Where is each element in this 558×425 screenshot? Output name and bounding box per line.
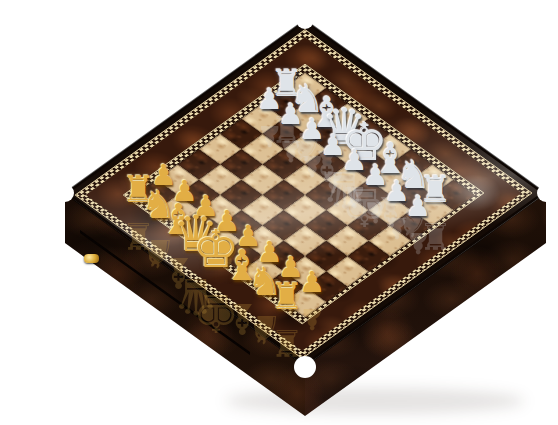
drawer-knob[interactable] bbox=[84, 254, 99, 263]
piece-white-rook[interactable]: ♜ bbox=[270, 278, 303, 315]
outer-inlay-strip: ♜♜♞♞♝♝♛♛♚♚♝♝♞♞♜♜♟♟♟♟♟♟♟♟♟♟♟♟♟♟♟♟♟♟♟♟♟♟♟♟… bbox=[74, 29, 532, 359]
chess-box-top: ♜♜♞♞♝♝♛♛♚♚♝♝♞♞♜♜♟♟♟♟♟♟♟♟♟♟♟♟♟♟♟♟♟♟♟♟♟♟♟♟… bbox=[65, 20, 546, 366]
corner-notch-near bbox=[294, 356, 316, 378]
piece-white-rook-reflection: ♜ bbox=[270, 324, 303, 361]
corner-notch-far bbox=[296, 11, 314, 29]
chess-set-product-photo: ♜♜♞♞♝♝♛♛♚♚♝♝♞♞♜♜♟♟♟♟♟♟♟♟♟♟♟♟♟♟♟♟♟♟♟♟♟♟♟♟… bbox=[0, 0, 558, 425]
corner-notch-left bbox=[56, 184, 74, 202]
piece-black-pawn-reflection: ♟ bbox=[405, 228, 431, 257]
corner-notch-right bbox=[537, 184, 555, 202]
floor-shadow bbox=[225, 388, 525, 414]
piece-black-pawn[interactable]: ♟ bbox=[405, 192, 431, 221]
square-h8[interactable]: ♜♜ bbox=[432, 180, 474, 211]
chess-board: ♜♜♞♞♝♝♛♛♚♚♝♝♞♞♜♜♟♟♟♟♟♟♟♟♟♟♟♟♟♟♟♟♟♟♟♟♟♟♟♟… bbox=[134, 72, 473, 316]
